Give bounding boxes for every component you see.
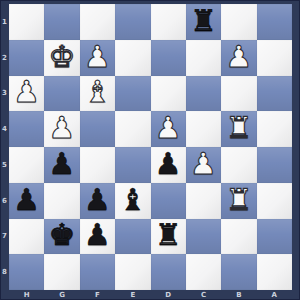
square-g5[interactable]: ♟ <box>44 147 79 183</box>
file-label-h: H <box>9 290 44 300</box>
square-b8[interactable] <box>221 254 256 290</box>
square-h6[interactable]: ♟ <box>9 183 44 219</box>
square-c1[interactable]: ♜ <box>186 4 221 40</box>
square-g3[interactable] <box>44 76 79 112</box>
piece-bR-c1[interactable]: ♜ <box>190 6 217 36</box>
square-g8[interactable] <box>44 254 79 290</box>
rank-label-3: 3 <box>0 76 9 112</box>
piece-wB-f3[interactable]: ♝ <box>84 77 111 107</box>
square-d1[interactable] <box>151 4 186 40</box>
square-d7[interactable]: ♜ <box>151 219 186 255</box>
rank-label-7: 7 <box>0 219 9 255</box>
square-c3[interactable] <box>186 76 221 112</box>
square-b3[interactable] <box>221 76 256 112</box>
rank-label-5: 5 <box>0 147 9 183</box>
piece-bP-f7[interactable]: ♟ <box>84 220 111 250</box>
square-b4[interactable]: ♜ <box>221 111 256 147</box>
square-f1[interactable] <box>80 4 115 40</box>
square-f5[interactable] <box>80 147 115 183</box>
piece-wP-g4[interactable]: ♟ <box>49 113 76 143</box>
piece-wP-h3[interactable]: ♟ <box>13 77 40 107</box>
square-h7[interactable] <box>9 219 44 255</box>
file-labels: HGFEDCBA <box>9 290 292 300</box>
square-h2[interactable] <box>9 40 44 76</box>
square-b5[interactable] <box>221 147 256 183</box>
piece-bK-g7[interactable]: ♚ <box>49 220 76 250</box>
square-f2[interactable]: ♟ <box>80 40 115 76</box>
square-a8[interactable] <box>257 254 292 290</box>
square-d2[interactable] <box>151 40 186 76</box>
rank-label-2: 2 <box>0 40 9 76</box>
square-b1[interactable] <box>221 4 256 40</box>
square-e6[interactable]: ♝ <box>115 183 150 219</box>
square-d6[interactable] <box>151 183 186 219</box>
piece-bP-h6[interactable]: ♟ <box>13 185 40 215</box>
rank-label-6: 6 <box>0 183 9 219</box>
file-label-d: D <box>151 290 186 300</box>
board-squares: ♜♚♟♟♟♝♟♟♜♟♟♟♟♟♝♜♚♟♜ <box>9 4 292 290</box>
square-a6[interactable] <box>257 183 292 219</box>
square-e2[interactable] <box>115 40 150 76</box>
rank-label-4: 4 <box>0 111 9 147</box>
file-label-f: F <box>80 290 115 300</box>
square-d3[interactable] <box>151 76 186 112</box>
square-d5[interactable]: ♟ <box>151 147 186 183</box>
square-c2[interactable] <box>186 40 221 76</box>
file-label-g: G <box>44 290 79 300</box>
file-label-e: E <box>115 290 150 300</box>
square-a5[interactable] <box>257 147 292 183</box>
piece-wR-b6[interactable]: ♜ <box>225 185 252 215</box>
square-e4[interactable] <box>115 111 150 147</box>
square-e8[interactable] <box>115 254 150 290</box>
rank-labels: 12345678 <box>0 4 9 290</box>
square-f7[interactable]: ♟ <box>80 219 115 255</box>
square-d4[interactable]: ♟ <box>151 111 186 147</box>
square-c8[interactable] <box>186 254 221 290</box>
piece-bR-d7[interactable]: ♜ <box>155 220 182 250</box>
square-g4[interactable]: ♟ <box>44 111 79 147</box>
square-c6[interactable] <box>186 183 221 219</box>
piece-bP-d5[interactable]: ♟ <box>155 149 182 179</box>
square-b2[interactable]: ♟ <box>221 40 256 76</box>
file-label-b: B <box>221 290 256 300</box>
square-c5[interactable]: ♟ <box>186 147 221 183</box>
rank-label-8: 8 <box>0 254 9 290</box>
square-g1[interactable] <box>44 4 79 40</box>
square-g6[interactable] <box>44 183 79 219</box>
square-f4[interactable] <box>80 111 115 147</box>
square-a1[interactable] <box>257 4 292 40</box>
square-h1[interactable] <box>9 4 44 40</box>
square-e1[interactable] <box>115 4 150 40</box>
square-a3[interactable] <box>257 76 292 112</box>
square-e3[interactable] <box>115 76 150 112</box>
piece-wP-b2[interactable]: ♟ <box>225 42 252 72</box>
square-c7[interactable] <box>186 219 221 255</box>
piece-bB-e6[interactable]: ♝ <box>119 185 146 215</box>
square-c4[interactable] <box>186 111 221 147</box>
square-a2[interactable] <box>257 40 292 76</box>
square-a4[interactable] <box>257 111 292 147</box>
square-b7[interactable] <box>221 219 256 255</box>
rank-label-1: 1 <box>0 4 9 40</box>
square-h4[interactable] <box>9 111 44 147</box>
square-f3[interactable]: ♝ <box>80 76 115 112</box>
chess-board: 12345678 HGFEDCBA ♜♚♟♟♟♝♟♟♜♟♟♟♟♟♝♜♚♟♜ <box>0 0 300 300</box>
piece-wP-c5[interactable]: ♟ <box>190 149 217 179</box>
file-label-c: C <box>186 290 221 300</box>
square-h3[interactable]: ♟ <box>9 76 44 112</box>
square-g2[interactable]: ♚ <box>44 40 79 76</box>
square-e5[interactable] <box>115 147 150 183</box>
piece-bP-f6[interactable]: ♟ <box>84 185 111 215</box>
piece-wK-g2[interactable]: ♚ <box>49 42 76 72</box>
square-b6[interactable]: ♜ <box>221 183 256 219</box>
piece-wP-f2[interactable]: ♟ <box>84 42 111 72</box>
square-g7[interactable]: ♚ <box>44 219 79 255</box>
square-a7[interactable] <box>257 219 292 255</box>
square-h8[interactable] <box>9 254 44 290</box>
file-label-a: A <box>257 290 292 300</box>
square-f6[interactable]: ♟ <box>80 183 115 219</box>
piece-wR-b4[interactable]: ♜ <box>225 113 252 143</box>
square-f8[interactable] <box>80 254 115 290</box>
piece-bP-g5[interactable]: ♟ <box>49 149 76 179</box>
square-h5[interactable] <box>9 147 44 183</box>
square-d8[interactable] <box>151 254 186 290</box>
square-e7[interactable] <box>115 219 150 255</box>
piece-wP-d4[interactable]: ♟ <box>155 113 182 143</box>
